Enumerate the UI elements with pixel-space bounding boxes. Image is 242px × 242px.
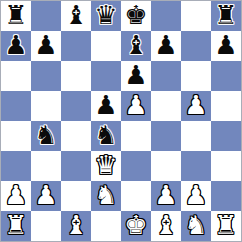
- black-pawn-piece: ♟: [214, 31, 237, 60]
- square-c8[interactable]: ♝: [61, 1, 91, 31]
- white-rook-piece: ♜: [214, 211, 237, 240]
- square-d2[interactable]: ♞: [91, 181, 121, 211]
- square-a5[interactable]: [1, 91, 31, 121]
- white-knight-piece: ♞: [94, 181, 117, 210]
- square-e7[interactable]: ♝: [121, 31, 151, 61]
- square-d8[interactable]: ♛: [91, 1, 121, 31]
- square-e1[interactable]: ♚: [121, 211, 151, 241]
- square-f4[interactable]: [151, 121, 181, 151]
- square-g1[interactable]: ♞: [181, 211, 211, 241]
- square-a1[interactable]: ♜: [1, 211, 31, 241]
- square-d6[interactable]: [91, 61, 121, 91]
- square-a7[interactable]: ♟: [1, 31, 31, 61]
- square-c5[interactable]: [61, 91, 91, 121]
- square-c1[interactable]: ♝: [61, 211, 91, 241]
- square-f7[interactable]: ♟: [151, 31, 181, 61]
- black-knight-piece: ♞: [34, 121, 57, 150]
- chess-board: ♜♝♛♚♜♟♟♝♟♟♟♟♟♟♞♞♛♟♟♞♟♟♜♝♚♝♞♜: [1, 1, 241, 241]
- square-d7[interactable]: [91, 31, 121, 61]
- white-bishop-piece: ♝: [64, 211, 87, 240]
- square-a2[interactable]: ♟: [1, 181, 31, 211]
- square-d5[interactable]: ♟: [91, 91, 121, 121]
- square-b3[interactable]: [31, 151, 61, 181]
- white-pawn-piece: ♟: [154, 181, 177, 210]
- square-g2[interactable]: ♟: [181, 181, 211, 211]
- black-knight-piece: ♞: [94, 121, 117, 150]
- black-pawn-piece: ♟: [94, 91, 117, 120]
- black-bishop-piece: ♝: [124, 31, 147, 60]
- chess-board-frame: ♜♝♛♚♜♟♟♝♟♟♟♟♟♟♞♞♛♟♟♞♟♟♜♝♚♝♞♜: [0, 0, 242, 242]
- square-f3[interactable]: [151, 151, 181, 181]
- white-pawn-piece: ♟: [34, 181, 57, 210]
- square-e2[interactable]: [121, 181, 151, 211]
- square-e8[interactable]: ♚: [121, 1, 151, 31]
- square-f5[interactable]: [151, 91, 181, 121]
- white-pawn-piece: ♟: [184, 91, 207, 120]
- square-b7[interactable]: ♟: [31, 31, 61, 61]
- square-d3[interactable]: ♛: [91, 151, 121, 181]
- square-h5[interactable]: [211, 91, 241, 121]
- square-f6[interactable]: [151, 61, 181, 91]
- square-e6[interactable]: ♟: [121, 61, 151, 91]
- black-pawn-piece: ♟: [34, 31, 57, 60]
- square-h8[interactable]: ♜: [211, 1, 241, 31]
- square-c2[interactable]: [61, 181, 91, 211]
- square-b4[interactable]: ♞: [31, 121, 61, 151]
- square-g5[interactable]: ♟: [181, 91, 211, 121]
- square-d1[interactable]: [91, 211, 121, 241]
- white-knight-piece: ♞: [184, 211, 207, 240]
- square-h6[interactable]: [211, 61, 241, 91]
- square-g4[interactable]: [181, 121, 211, 151]
- square-c3[interactable]: [61, 151, 91, 181]
- square-g7[interactable]: [181, 31, 211, 61]
- square-e5[interactable]: ♟: [121, 91, 151, 121]
- square-a6[interactable]: [1, 61, 31, 91]
- square-b5[interactable]: [31, 91, 61, 121]
- square-b2[interactable]: ♟: [31, 181, 61, 211]
- square-c6[interactable]: [61, 61, 91, 91]
- square-h4[interactable]: [211, 121, 241, 151]
- white-pawn-piece: ♟: [184, 181, 207, 210]
- black-queen-piece: ♛: [94, 1, 117, 30]
- square-g6[interactable]: [181, 61, 211, 91]
- white-bishop-piece: ♝: [154, 211, 177, 240]
- square-b1[interactable]: [31, 211, 61, 241]
- square-b8[interactable]: [31, 1, 61, 31]
- black-king-piece: ♚: [124, 1, 147, 30]
- square-d4[interactable]: ♞: [91, 121, 121, 151]
- black-bishop-piece: ♝: [64, 1, 87, 30]
- square-a8[interactable]: ♜: [1, 1, 31, 31]
- black-pawn-piece: ♟: [154, 31, 177, 60]
- square-f1[interactable]: ♝: [151, 211, 181, 241]
- square-a4[interactable]: [1, 121, 31, 151]
- white-rook-piece: ♜: [4, 211, 27, 240]
- square-f2[interactable]: ♟: [151, 181, 181, 211]
- square-c7[interactable]: [61, 31, 91, 61]
- square-e4[interactable]: [121, 121, 151, 151]
- square-g8[interactable]: [181, 1, 211, 31]
- black-pawn-piece: ♟: [124, 61, 147, 90]
- white-pawn-piece: ♟: [124, 91, 147, 120]
- square-e3[interactable]: [121, 151, 151, 181]
- square-h7[interactable]: ♟: [211, 31, 241, 61]
- square-g3[interactable]: [181, 151, 211, 181]
- square-h1[interactable]: ♜: [211, 211, 241, 241]
- square-f8[interactable]: [151, 1, 181, 31]
- white-pawn-piece: ♟: [4, 181, 27, 210]
- black-pawn-piece: ♟: [4, 31, 27, 60]
- white-queen-piece: ♛: [94, 151, 117, 180]
- square-a3[interactable]: [1, 151, 31, 181]
- square-h2[interactable]: [211, 181, 241, 211]
- black-rook-piece: ♜: [214, 1, 237, 30]
- square-h3[interactable]: [211, 151, 241, 181]
- black-rook-piece: ♜: [4, 1, 27, 30]
- square-b6[interactable]: [31, 61, 61, 91]
- white-king-piece: ♚: [124, 211, 147, 240]
- square-c4[interactable]: [61, 121, 91, 151]
